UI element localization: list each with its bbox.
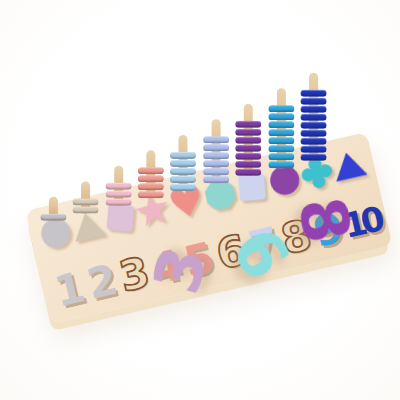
ring-purple[interactable] <box>235 145 261 152</box>
rings-purple <box>235 120 261 176</box>
ring-sky-blue[interactable] <box>170 168 196 175</box>
ring-cyan[interactable] <box>268 153 294 160</box>
ring-cream[interactable] <box>73 198 99 205</box>
ring-sky-blue[interactable] <box>170 176 196 183</box>
ring-salmon[interactable] <box>138 191 164 198</box>
ring-pink[interactable] <box>105 199 131 206</box>
ring-sky-blue[interactable] <box>170 152 196 159</box>
ring-pink[interactable] <box>105 191 131 198</box>
ring-navy[interactable] <box>301 122 327 129</box>
rings-cyan <box>268 104 294 168</box>
ring-periwinkle[interactable] <box>203 136 229 143</box>
ring-stack-col4[interactable] <box>138 166 164 198</box>
ring-purple[interactable] <box>235 121 261 128</box>
ring-pink[interactable] <box>105 183 131 190</box>
ring-periwinkle[interactable] <box>203 144 229 151</box>
ring-navy[interactable] <box>301 114 327 121</box>
ring-cream[interactable] <box>73 206 99 213</box>
ring-cyan[interactable] <box>268 145 294 152</box>
ring-cyan[interactable] <box>268 121 294 128</box>
ring-cyan[interactable] <box>268 161 294 168</box>
ring-purple[interactable] <box>235 137 261 144</box>
ring-stack-col5[interactable] <box>170 151 196 191</box>
ring-navy[interactable] <box>301 130 327 137</box>
ring-salmon[interactable] <box>138 183 164 190</box>
shape-square[interactable] <box>238 173 266 201</box>
ring-stack-col9[interactable] <box>301 89 327 161</box>
shape-flower[interactable] <box>309 165 325 181</box>
ring-navy[interactable] <box>301 90 327 97</box>
ring-purple[interactable] <box>235 161 261 168</box>
ring-stack-col6[interactable] <box>203 135 229 183</box>
ring-navy[interactable] <box>301 98 327 105</box>
rings-cream <box>73 197 99 213</box>
rings-pink <box>105 182 131 206</box>
ring-stack-col2[interactable] <box>73 197 99 213</box>
ring-periwinkle[interactable] <box>203 168 229 175</box>
ring-periwinkle[interactable] <box>203 160 229 167</box>
ring-navy[interactable] <box>301 146 327 153</box>
ring-navy[interactable] <box>301 106 327 113</box>
ring-salmon[interactable] <box>138 167 164 174</box>
ring-periwinkle[interactable] <box>203 152 229 159</box>
ring-stack-col8[interactable] <box>268 104 294 168</box>
rings-periwinkle <box>203 135 229 183</box>
ring-cyan[interactable] <box>268 105 294 112</box>
ring-cyan[interactable] <box>268 137 294 144</box>
ring-gray[interactable] <box>40 214 66 221</box>
ring-navy[interactable] <box>301 154 327 161</box>
shape-square[interactable] <box>106 204 134 232</box>
ring-stack-col3[interactable] <box>105 182 131 206</box>
rings-sky-blue <box>170 151 196 191</box>
photo-stage: ♥ 12345678910 368 <box>0 0 400 400</box>
ring-sky-blue[interactable] <box>170 184 196 191</box>
ring-purple[interactable] <box>235 129 261 136</box>
rings-navy <box>301 89 327 161</box>
ring-navy[interactable] <box>301 138 327 145</box>
ring-sky-blue[interactable] <box>170 160 196 167</box>
ring-purple[interactable] <box>235 169 261 176</box>
ring-purple[interactable] <box>235 153 261 160</box>
ring-cyan[interactable] <box>268 129 294 136</box>
ring-periwinkle[interactable] <box>203 176 229 183</box>
ring-stack-col7[interactable] <box>235 120 261 176</box>
rings-gray <box>40 213 66 221</box>
ring-salmon[interactable] <box>138 175 164 182</box>
ring-cyan[interactable] <box>268 113 294 120</box>
ring-stack-col1[interactable] <box>40 213 66 221</box>
rings-salmon <box>138 166 164 198</box>
